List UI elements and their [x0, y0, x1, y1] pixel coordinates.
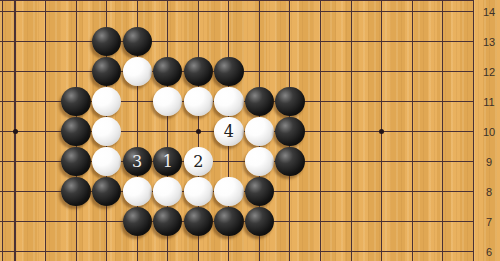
- row-coordinate-label: 8: [478, 185, 500, 199]
- row-coordinate-label: 10: [478, 125, 500, 139]
- row-coordinate-label: 9: [478, 155, 500, 169]
- go-board-diagram[interactable]: 4312 14131211109876: [0, 0, 500, 261]
- row-coordinate-label: 12: [478, 65, 500, 79]
- row-coordinate-label: 6: [478, 245, 500, 259]
- row-coordinate-label: 11: [478, 95, 500, 109]
- row-labels-layer: 14131211109876: [0, 0, 500, 261]
- row-coordinate-label: 14: [478, 5, 500, 19]
- row-coordinate-label: 7: [478, 215, 500, 229]
- row-coordinate-label: 13: [478, 35, 500, 49]
